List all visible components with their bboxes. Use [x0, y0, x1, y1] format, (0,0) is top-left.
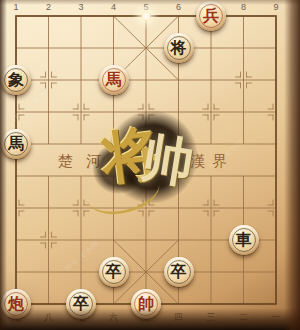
- piece-char: 卒: [171, 264, 187, 280]
- piece-char: 帥: [138, 296, 154, 312]
- piece-char: 馬: [106, 72, 122, 88]
- piece-char: 卒: [73, 296, 89, 312]
- piece-black-file1-rank4[interactable]: 馬: [1, 129, 31, 159]
- piece-black-file6-rank8[interactable]: 卒: [164, 257, 194, 287]
- xiangqi-game-screen: 楚河 漢界 将 帅 123456789九八七六五四三二一 兵将象馬馬車卒卒炮卒帥…: [0, 0, 300, 330]
- piece-black-file8-rank7[interactable]: 車: [229, 225, 259, 255]
- piece-char: 兵: [203, 8, 219, 24]
- piece-char: 車: [236, 232, 252, 248]
- piece-char: 炮: [8, 296, 24, 312]
- piece-char: 将: [171, 40, 187, 56]
- piece-black-file3-rank9[interactable]: 卒: [66, 289, 96, 319]
- piece-char: 卒: [106, 264, 122, 280]
- piece-red-file7-rank0[interactable]: 兵: [196, 1, 226, 31]
- piece-char: 馬: [8, 136, 24, 152]
- piece-black-file6-rank1[interactable]: 将: [164, 33, 194, 63]
- piece-black-file4-rank8[interactable]: 卒: [99, 257, 129, 287]
- piece-char: 象: [8, 72, 24, 88]
- piece-red-file4-rank2[interactable]: 馬: [99, 65, 129, 95]
- piece-red-file1-rank9[interactable]: 炮: [1, 289, 31, 319]
- piece-red-file5-rank9[interactable]: 帥: [131, 289, 161, 319]
- piece-black-file1-rank2[interactable]: 象: [1, 65, 31, 95]
- pieces-layer: 兵将象馬馬車卒卒炮卒帥: [0, 0, 300, 330]
